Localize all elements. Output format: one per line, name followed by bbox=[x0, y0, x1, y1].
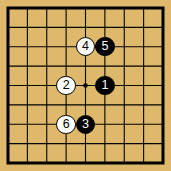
move-number: 2 bbox=[63, 79, 70, 92]
stone-white-2[interactable]: 2 bbox=[56, 76, 75, 95]
stone-white-4[interactable]: 4 bbox=[76, 37, 95, 56]
stone-black-1[interactable]: 1 bbox=[95, 76, 114, 95]
stone-black-5[interactable]: 5 bbox=[95, 37, 114, 56]
move-number: 1 bbox=[101, 79, 108, 92]
go-board[interactable]: 123456 bbox=[0, 0, 171, 171]
stone-black-3[interactable]: 3 bbox=[76, 115, 95, 134]
stone-white-6[interactable]: 6 bbox=[56, 115, 75, 134]
stones-layer: 123456 bbox=[0, 0, 171, 171]
move-number: 4 bbox=[82, 40, 89, 53]
move-number: 5 bbox=[101, 40, 108, 53]
move-number: 6 bbox=[63, 118, 70, 131]
move-number: 3 bbox=[82, 118, 89, 131]
